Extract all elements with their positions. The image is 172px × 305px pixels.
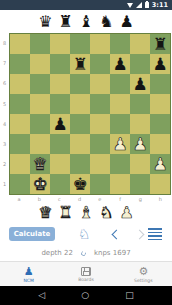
- square-a7[interactable]: [10, 54, 30, 74]
- knight-icon[interactable]: ♘: [78, 226, 91, 242]
- square-e4[interactable]: [90, 114, 110, 134]
- pawn-icon: ♟: [24, 266, 34, 278]
- square-b5[interactable]: [30, 94, 50, 114]
- file-label-f: f: [110, 195, 130, 203]
- square-g6[interactable]: ♟: [130, 74, 150, 94]
- piece-black-pawn: ♟: [112, 54, 127, 74]
- piece-black-rook: ♜: [152, 34, 167, 54]
- rank-label-3: 3: [0, 134, 9, 154]
- piece-black-rook: ♜: [72, 54, 87, 74]
- calculate-button[interactable]: Calculate: [9, 227, 55, 241]
- piece-black-pawn: ♟: [152, 54, 167, 74]
- floppy-icon: [81, 267, 91, 276]
- square-h8[interactable]: ♜: [150, 34, 170, 54]
- square-g1[interactable]: [130, 174, 150, 194]
- square-f6[interactable]: [110, 74, 130, 94]
- square-g7[interactable]: [130, 54, 150, 74]
- square-h3[interactable]: [150, 134, 170, 154]
- square-d8[interactable]: [70, 34, 90, 54]
- file-label-e: e: [90, 195, 110, 203]
- square-h5[interactable]: [150, 94, 170, 114]
- square-d5[interactable]: [70, 94, 90, 114]
- tray-black-pawn[interactable]: ♟: [120, 13, 134, 31]
- piece-black-king: ♚: [72, 174, 87, 194]
- piece-white-king: ♚: [32, 174, 47, 194]
- file-label-a: a: [9, 195, 29, 203]
- recents-icon[interactable]: □: [125, 286, 134, 305]
- square-d4[interactable]: [70, 114, 90, 134]
- bottom-tab-bar: ♟ NCM Boards ⚙ Settings: [0, 261, 172, 286]
- square-d7[interactable]: ♜: [70, 54, 90, 74]
- square-f7[interactable]: ♟: [110, 54, 130, 74]
- square-h7[interactable]: ♟: [150, 54, 170, 74]
- square-b1[interactable]: ♚: [30, 174, 50, 194]
- square-b6[interactable]: [30, 74, 50, 94]
- piece-white-queen: ♛: [32, 154, 47, 174]
- battery-icon: [145, 2, 149, 8]
- status-time: 3:11: [152, 0, 168, 10]
- square-c3[interactable]: [50, 134, 70, 154]
- square-e7[interactable]: [90, 54, 110, 74]
- square-c7[interactable]: [50, 54, 70, 74]
- back-icon[interactable]: ◁: [38, 286, 45, 305]
- file-label-d: d: [70, 195, 90, 203]
- rank-label-8: 8: [0, 33, 9, 53]
- square-e2[interactable]: [90, 154, 110, 174]
- square-b8[interactable]: [30, 34, 50, 54]
- square-g5[interactable]: [130, 94, 150, 114]
- square-h4[interactable]: [150, 114, 170, 134]
- rank-labels: 87654321: [0, 33, 9, 195]
- file-label-b: b: [29, 195, 49, 203]
- square-g3[interactable]: ♟: [130, 134, 150, 154]
- tray-white-knight[interactable]: ♞: [99, 204, 113, 222]
- tray-white-pawn[interactable]: ♟: [120, 204, 134, 222]
- android-status-bar: 3:11: [0, 0, 172, 10]
- undo-chevron-icon[interactable]: [111, 229, 121, 239]
- square-a3[interactable]: [10, 134, 30, 154]
- square-a2[interactable]: [10, 154, 30, 174]
- redo-chevron-icon[interactable]: [134, 229, 144, 239]
- knps-readout: knps 1697: [94, 249, 131, 257]
- rank-label-6: 6: [0, 73, 9, 93]
- square-f4[interactable]: [110, 114, 130, 134]
- engine-status-row: depth 22 knps 1697: [0, 245, 172, 261]
- square-a8[interactable]: [10, 34, 30, 54]
- rank-label-7: 7: [0, 53, 9, 73]
- white-piece-tray: ♛♜♝♞♟: [0, 203, 172, 223]
- square-h6[interactable]: [150, 74, 170, 94]
- square-c2[interactable]: [50, 154, 70, 174]
- square-a5[interactable]: [10, 94, 30, 114]
- chess-board[interactable]: ♜♜♟♟♟♟♟♟♛♟♚♚: [9, 33, 171, 195]
- app-screen: 3:11 ♛♜♝♞♟ 87654321 ♜♜♟♟♟♟♟♟♛♟♚♚ abcdefg…: [0, 0, 172, 305]
- square-d6[interactable]: [70, 74, 90, 94]
- square-d3[interactable]: [70, 134, 90, 154]
- square-g4[interactable]: [130, 114, 150, 134]
- square-b3[interactable]: [30, 134, 50, 154]
- wifi-icon: [127, 3, 133, 8]
- square-a1[interactable]: [10, 174, 30, 194]
- tab-settings-label: Settings: [134, 278, 152, 283]
- square-f2[interactable]: [110, 154, 130, 174]
- square-c6[interactable]: [50, 74, 70, 94]
- rank-label-4: 4: [0, 114, 9, 134]
- tray-black-bishop[interactable]: ♝: [79, 13, 93, 31]
- signal-icon: [136, 2, 142, 8]
- square-f3[interactable]: ♟: [110, 134, 130, 154]
- square-e1[interactable]: [90, 174, 110, 194]
- piece-white-pawn: ♟: [112, 134, 127, 154]
- square-e8[interactable]: [90, 34, 110, 54]
- tray-white-queen[interactable]: ♛: [38, 204, 52, 222]
- board-area: 87654321 ♜♜♟♟♟♟♟♟♛♟♚♚: [0, 33, 172, 195]
- piece-black-pawn: ♟: [52, 114, 67, 134]
- square-c4[interactable]: ♟: [50, 114, 70, 134]
- menu-icon[interactable]: [148, 228, 162, 240]
- square-c1[interactable]: [50, 174, 70, 194]
- square-c5[interactable]: [50, 94, 70, 114]
- piece-white-pawn: ♟: [152, 154, 167, 174]
- square-h1[interactable]: [150, 174, 170, 194]
- rank-label-5: 5: [0, 94, 9, 114]
- square-a6[interactable]: [10, 74, 30, 94]
- piece-black-pawn: ♟: [132, 74, 147, 94]
- depth-readout: depth 22: [41, 249, 73, 257]
- black-piece-tray: ♛♜♝♞♟: [0, 10, 172, 33]
- square-b4[interactable]: [30, 114, 50, 134]
- square-f8[interactable]: [110, 34, 130, 54]
- square-d1[interactable]: ♚: [70, 174, 90, 194]
- file-labels: abcdefgh: [0, 195, 172, 203]
- square-c8[interactable]: [50, 34, 70, 54]
- file-label-c: c: [49, 195, 69, 203]
- file-label-h: h: [150, 195, 170, 203]
- file-label-g: g: [130, 195, 150, 203]
- square-g2[interactable]: [130, 154, 150, 174]
- tab-boards[interactable]: Boards: [57, 262, 114, 286]
- square-a4[interactable]: [10, 114, 30, 134]
- tray-white-bishop[interactable]: ♝: [79, 204, 93, 222]
- spinner-icon: [80, 250, 87, 257]
- square-f5[interactable]: [110, 94, 130, 114]
- rank-label-2: 2: [0, 154, 9, 174]
- tray-black-queen[interactable]: ♛: [38, 13, 52, 31]
- controls-row: Calculate ♘: [0, 223, 172, 245]
- rank-label-1: 1: [0, 174, 9, 194]
- tab-boards-label: Boards: [78, 277, 94, 282]
- tab-ncm[interactable]: ♟ NCM: [0, 262, 57, 286]
- tray-black-knight[interactable]: ♞: [99, 13, 113, 31]
- square-e6[interactable]: [90, 74, 110, 94]
- square-e3[interactable]: [90, 134, 110, 154]
- square-h2[interactable]: ♟: [150, 154, 170, 174]
- square-g8[interactable]: [130, 34, 150, 54]
- piece-white-pawn: ♟: [132, 134, 147, 154]
- tray-white-rook[interactable]: ♜: [58, 204, 72, 222]
- square-d2[interactable]: [70, 154, 90, 174]
- square-e5[interactable]: [90, 94, 110, 114]
- square-f1[interactable]: [110, 174, 130, 194]
- tray-black-rook[interactable]: ♜: [58, 13, 72, 31]
- square-b2[interactable]: ♛: [30, 154, 50, 174]
- tab-settings[interactable]: ⚙ Settings: [115, 262, 172, 286]
- gear-icon: ⚙: [138, 266, 148, 278]
- tab-ncm-label: NCM: [23, 278, 33, 283]
- home-icon[interactable]: ○: [81, 286, 89, 305]
- square-b7[interactable]: [30, 54, 50, 74]
- android-nav-bar: ◁ ○ □: [0, 286, 172, 305]
